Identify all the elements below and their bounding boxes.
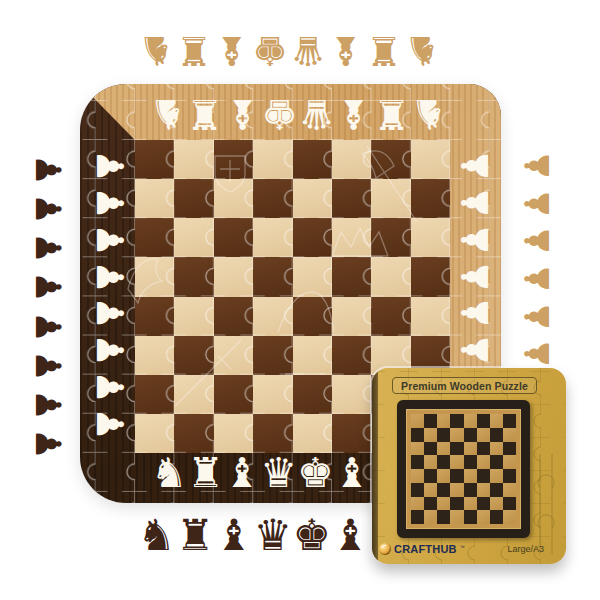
box-art-square-f6 <box>477 442 490 456</box>
box-art-square-d3 <box>450 483 463 497</box>
box-art-square-a6 <box>411 442 424 456</box>
loose-piece-king: ♚ <box>292 512 331 558</box>
cutout-pawn: ♟ <box>92 220 128 260</box>
cutout-pawn: ♟ <box>92 293 128 333</box>
square-f6 <box>332 218 371 257</box>
box-art-square-d6 <box>450 442 463 456</box>
square-a5 <box>135 257 174 296</box>
cutout-bishop: ♝ <box>334 451 370 495</box>
box-art-square-h7 <box>503 428 516 442</box>
box-art-square-g5 <box>490 455 503 469</box>
loose-piece-bishop: ♝ <box>327 29 365 73</box>
square-d5 <box>253 257 292 296</box>
box-title-text: Premium Wooden Puzzle <box>401 380 528 392</box>
square-a8 <box>135 140 174 179</box>
cutout-pawn: ♟ <box>92 404 128 444</box>
square-c2 <box>214 375 253 414</box>
cutout-queen: ♛ <box>261 451 297 495</box>
loose-piece-pawn: ♟ <box>29 189 67 229</box>
cutout-knight: ♞ <box>149 92 186 136</box>
square-d7 <box>253 179 292 218</box>
square-b7 <box>174 179 213 218</box>
square-d1 <box>253 414 292 453</box>
square-g4 <box>371 297 410 336</box>
loose-piece-queen: ♛ <box>289 29 327 73</box>
product-box: Premium Wooden Puzzle CRAFTHUB ™ Large/A… <box>372 368 566 564</box>
square-d2 <box>253 375 292 414</box>
cutout-pawn: ♟ <box>457 257 493 297</box>
square-b6 <box>174 218 213 257</box>
box-art-square-f2 <box>477 497 490 511</box>
box-art-square-b4 <box>424 469 437 483</box>
loose-piece-pawn: ♟ <box>29 307 67 347</box>
box-art-square-f8 <box>477 414 490 428</box>
loose-pieces-left: ♟♟♟♟♟♟♟♟ <box>28 151 68 463</box>
box-art-square-b5 <box>424 455 437 469</box>
square-e8 <box>293 140 332 179</box>
box-art-square-d5 <box>450 455 463 469</box>
box-art-square-e7 <box>464 428 477 442</box>
cutout-bishop: ♝ <box>224 92 261 136</box>
cutout-pawn: ♟ <box>457 183 493 223</box>
box-art-square-e5 <box>464 455 477 469</box>
square-b1 <box>174 414 213 453</box>
cutout-rook: ♜ <box>186 92 223 136</box>
loose-piece-pawn: ♟ <box>518 221 556 261</box>
box-art-square-c6 <box>437 442 450 456</box>
square-b5 <box>174 257 213 296</box>
box-art-square-g3 <box>490 483 503 497</box>
square-f2 <box>332 375 371 414</box>
square-b2 <box>174 375 213 414</box>
square-a7 <box>135 179 174 218</box>
box-art-square-c1 <box>437 510 450 524</box>
loose-piece-pawn: ♟ <box>518 297 556 337</box>
square-h4 <box>411 297 450 336</box>
square-c7 <box>214 179 253 218</box>
loose-piece-pawn: ♟ <box>29 228 67 268</box>
box-art-square-a2 <box>411 497 424 511</box>
loose-piece-knight: ♞ <box>137 29 175 73</box>
border-cutouts-top: ♞♜♝♚♛♝♜♞ <box>149 92 447 136</box>
box-art-square-g6 <box>490 442 503 456</box>
square-g7 <box>371 179 410 218</box>
cutout-pawn: ♟ <box>457 220 493 260</box>
cutout-rook: ♜ <box>188 451 224 495</box>
loose-piece-pawn: ♟ <box>518 259 556 299</box>
square-h5 <box>411 257 450 296</box>
cutout-pawn: ♟ <box>457 293 493 333</box>
cutout-pawn: ♟ <box>457 146 493 186</box>
loose-piece-pawn: ♟ <box>29 424 67 464</box>
square-a1 <box>135 414 174 453</box>
loose-piece-rook: ♜ <box>175 29 213 73</box>
square-f4 <box>332 297 371 336</box>
cutout-pawn: ♟ <box>92 183 128 223</box>
box-art-square-g1 <box>490 510 503 524</box>
loose-piece-bishop: ♝ <box>331 512 370 558</box>
square-g6 <box>371 218 410 257</box>
box-art-square-h8 <box>503 414 516 428</box>
square-c3 <box>214 336 253 375</box>
box-art-square-e6 <box>464 442 477 456</box>
square-c5 <box>214 257 253 296</box>
square-d4 <box>253 297 292 336</box>
square-h8 <box>411 140 450 179</box>
box-art-square-a5 <box>411 455 424 469</box>
box-art-square-h5 <box>503 455 516 469</box>
square-e6 <box>293 218 332 257</box>
square-c8 <box>214 140 253 179</box>
loose-piece-pawn: ♟ <box>518 146 556 186</box>
cutout-knight: ♞ <box>151 451 187 495</box>
box-art-square-c7 <box>437 428 450 442</box>
border-cutouts-left: ♟♟♟♟♟♟♟♟ <box>90 148 130 442</box>
square-e3 <box>293 336 332 375</box>
box-title: Premium Wooden Puzzle <box>392 377 537 394</box>
box-art-square-a7 <box>411 428 424 442</box>
loose-piece-knight: ♞ <box>137 512 176 558</box>
square-e4 <box>293 297 332 336</box>
loose-piece-queen: ♛ <box>253 512 292 558</box>
square-a2 <box>135 375 174 414</box>
box-art-square-b6 <box>424 442 437 456</box>
square-f5 <box>332 257 371 296</box>
loose-piece-rook: ♜ <box>365 29 403 73</box>
box-art-square-e1 <box>464 510 477 524</box>
loose-piece-pawn: ♟ <box>29 267 67 307</box>
square-a4 <box>135 297 174 336</box>
globe-icon <box>379 543 391 555</box>
loose-piece-pawn: ♟ <box>518 184 556 224</box>
square-f7 <box>332 179 371 218</box>
loose-piece-king: ♚ <box>251 29 289 73</box>
box-art-square-b1 <box>424 510 437 524</box>
box-art-square-f5 <box>477 455 490 469</box>
box-art-square-c5 <box>437 455 450 469</box>
square-h7 <box>411 179 450 218</box>
loose-piece-bishop: ♝ <box>213 29 251 73</box>
cutout-pawn: ♟ <box>92 257 128 297</box>
box-art-square-e2 <box>464 497 477 511</box>
cutout-bishop: ♝ <box>224 451 260 495</box>
box-art-square-a3 <box>411 483 424 497</box>
box-art-square-h1 <box>503 510 516 524</box>
cutout-bishop: ♝ <box>335 92 372 136</box>
box-art-square-e4 <box>464 469 477 483</box>
square-c4 <box>214 297 253 336</box>
box-art-square-b2 <box>424 497 437 511</box>
loose-pieces-bottom: ♞♜♝♛♚♝ <box>137 512 370 558</box>
square-b3 <box>174 336 213 375</box>
box-side-edge <box>372 368 378 564</box>
box-art-square-a8 <box>411 414 424 428</box>
cutout-king: ♚ <box>297 451 333 495</box>
square-a3 <box>135 336 174 375</box>
loose-piece-knight: ♞ <box>403 29 441 73</box>
square-g5 <box>371 257 410 296</box>
box-art-square-b7 <box>424 428 437 442</box>
box-art-square-a1 <box>411 510 424 524</box>
square-h6 <box>411 218 450 257</box>
box-art-square-g8 <box>490 414 503 428</box>
box-art-square-c4 <box>437 469 450 483</box>
cutout-knight: ♞ <box>410 92 447 136</box>
box-art-square-c8 <box>437 414 450 428</box>
cutout-pawn: ♟ <box>92 330 128 370</box>
square-b8 <box>174 140 213 179</box>
box-art-square-f3 <box>477 483 490 497</box>
square-g8 <box>371 140 410 179</box>
box-art-square-a4 <box>411 469 424 483</box>
box-art-square-e8 <box>464 414 477 428</box>
square-f8 <box>332 140 371 179</box>
cutout-pawn: ♟ <box>92 367 128 407</box>
square-e1 <box>293 414 332 453</box>
box-art-square-f1 <box>477 510 490 524</box>
box-art-square-g2 <box>490 497 503 511</box>
box-art-square-f4 <box>477 469 490 483</box>
box-art-square-d4 <box>450 469 463 483</box>
size-label: Large/A3 <box>507 544 544 554</box>
box-art-square-c3 <box>437 483 450 497</box>
square-c6 <box>214 218 253 257</box>
box-art-square-g4 <box>490 469 503 483</box>
box-art-square-b3 <box>424 483 437 497</box>
cutout-pawn: ♟ <box>457 330 493 370</box>
crafthub-logo: CRAFTHUB ™ <box>379 543 465 555</box>
box-art-square-h6 <box>503 442 516 456</box>
cutout-rook: ♜ <box>373 92 410 136</box>
square-c1 <box>214 414 253 453</box>
box-art-square-f7 <box>477 428 490 442</box>
square-e7 <box>293 179 332 218</box>
cutout-queen: ♛ <box>298 92 335 136</box>
box-art-square-h3 <box>503 483 516 497</box>
box-chessboard-photo <box>397 400 530 538</box>
loose-piece-pawn: ♟ <box>29 346 67 386</box>
box-art-square-h4 <box>503 469 516 483</box>
square-f3 <box>332 336 371 375</box>
square-a6 <box>135 218 174 257</box>
box-art-square-e3 <box>464 483 477 497</box>
brand-name: CRAFTHUB <box>394 543 457 555</box>
box-art-square-d1 <box>450 510 463 524</box>
box-art-square-g7 <box>490 428 503 442</box>
square-e2 <box>293 375 332 414</box>
square-b4 <box>174 297 213 336</box>
box-art-square-b8 <box>424 414 437 428</box>
box-art-square-d7 <box>450 428 463 442</box>
cutout-pawn: ♟ <box>92 146 128 186</box>
square-d8 <box>253 140 292 179</box>
loose-pieces-top: ♞♜♝♚♛♝♜♞ <box>137 29 441 73</box>
mini-board-squares <box>411 414 516 524</box>
box-art-square-d2 <box>450 497 463 511</box>
loose-piece-bishop: ♝ <box>215 512 254 558</box>
loose-pieces-right: ♟♟♟♟♟♟ <box>517 147 557 373</box>
trademark-symbol: ™ <box>460 544 465 550</box>
square-e5 <box>293 257 332 296</box>
loose-piece-rook: ♜ <box>176 512 215 558</box>
square-f1 <box>332 414 371 453</box>
loose-piece-pawn: ♟ <box>29 150 67 190</box>
box-art-square-d8 <box>450 414 463 428</box>
loose-piece-pawn: ♟ <box>29 385 67 425</box>
square-d6 <box>253 218 292 257</box>
box-art-square-h2 <box>503 497 516 511</box>
cutout-king: ♚ <box>261 92 298 136</box>
box-art-square-c2 <box>437 497 450 511</box>
square-d3 <box>253 336 292 375</box>
